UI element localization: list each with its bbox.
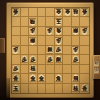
board-grid: 香金金桂香飛玉歩歩角銀歩銀歩歩銀歩歩歩歩歩銀歩歩桂香金金角飛玉桂香: [11, 7, 90, 94]
square-7f[interactable]: 歩: [29, 55, 38, 64]
square-7a[interactable]: [29, 8, 38, 17]
square-3d[interactable]: [63, 36, 72, 45]
square-7i[interactable]: [29, 84, 38, 93]
piece-sente-9g[interactable]: 歩: [12, 65, 19, 73]
square-3e[interactable]: [63, 46, 72, 55]
piece-gote-2c[interactable]: 銀: [72, 27, 79, 35]
square-5d[interactable]: [46, 36, 55, 45]
square-4d[interactable]: 歩: [55, 36, 64, 45]
piece-sente-9h[interactable]: 香: [12, 74, 19, 82]
piece-sente-5e[interactable]: 銀: [46, 46, 53, 54]
square-2d[interactable]: [72, 36, 81, 45]
piece-gote-4d[interactable]: 歩: [55, 37, 62, 45]
square-2e[interactable]: 歩: [72, 46, 81, 55]
square-2c[interactable]: 銀: [72, 27, 81, 36]
piece-gote-9a[interactable]: 香: [12, 8, 19, 16]
square-6c[interactable]: [38, 27, 47, 36]
square-1a[interactable]: 香: [80, 8, 89, 17]
square-1g[interactable]: [80, 65, 89, 74]
square-3i[interactable]: [63, 84, 72, 93]
square-2b[interactable]: [72, 17, 81, 26]
piece-sente-4h[interactable]: 角: [55, 74, 62, 82]
square-3h[interactable]: [63, 74, 72, 83]
shogi-board: 香金金桂香飛玉歩歩角銀歩銀歩歩銀歩歩歩歩歩銀歩歩桂香金金角飛玉桂香: [7, 3, 93, 97]
square-7h[interactable]: 金: [29, 74, 38, 83]
piece-gote-3a[interactable]: 金: [64, 8, 71, 16]
square-2g[interactable]: [72, 65, 81, 74]
piece-sente-9i[interactable]: 玉: [12, 84, 19, 92]
square-9e[interactable]: 歩: [12, 46, 21, 55]
square-4b[interactable]: 玉: [55, 17, 64, 26]
square-8i[interactable]: [21, 84, 30, 93]
hand-piece-1[interactable]: 歩: [94, 68, 99, 74]
piece-sente-2f[interactable]: 歩: [72, 55, 79, 63]
square-2h[interactable]: 飛: [72, 74, 81, 83]
square-1f[interactable]: [80, 55, 89, 64]
square-6g[interactable]: [38, 65, 47, 74]
square-7g[interactable]: 桂: [29, 65, 38, 74]
square-1e[interactable]: [80, 46, 89, 55]
square-4a[interactable]: 金: [55, 8, 64, 17]
piece-sente-4f[interactable]: 銀: [55, 55, 62, 63]
square-9i[interactable]: 玉: [12, 84, 21, 93]
piece-gote-5c[interactable]: 歩: [46, 27, 53, 35]
komadai-right: 桂歩: [93, 55, 100, 79]
piece-sente-7g[interactable]: 桂: [29, 65, 36, 73]
square-1b[interactable]: [80, 17, 89, 26]
square-4c[interactable]: 角: [55, 27, 64, 36]
square-8e[interactable]: [21, 46, 30, 55]
square-2i[interactable]: 桂: [72, 84, 81, 93]
square-8d[interactable]: [21, 36, 30, 45]
square-1i[interactable]: 香: [80, 84, 89, 93]
square-4h[interactable]: 角: [55, 74, 64, 83]
square-8g[interactable]: [21, 65, 30, 74]
piece-gote-4c[interactable]: 角: [55, 27, 62, 35]
hand-piece-0[interactable]: 桂: [94, 61, 99, 67]
square-8b[interactable]: [21, 17, 30, 26]
square-9g[interactable]: 歩: [12, 65, 21, 74]
square-9c[interactable]: [12, 27, 21, 36]
piece-sente-6h[interactable]: 金: [38, 74, 45, 82]
square-4f[interactable]: 銀: [55, 55, 64, 64]
piece-gote-4a[interactable]: 金: [55, 8, 62, 16]
piece-sente-7f[interactable]: 歩: [29, 55, 36, 63]
piece-gote-7c[interactable]: 歩: [29, 27, 36, 35]
square-5h[interactable]: [46, 74, 55, 83]
square-5f[interactable]: 歩: [46, 55, 55, 64]
square-9d[interactable]: [12, 36, 21, 45]
square-7c[interactable]: 歩: [29, 27, 38, 36]
piece-gote-2a[interactable]: 桂: [72, 8, 79, 16]
square-5i[interactable]: [46, 84, 55, 93]
piece-gote-2e[interactable]: 歩: [72, 46, 79, 54]
square-9a[interactable]: 香: [12, 8, 21, 17]
square-6b[interactable]: [38, 17, 47, 26]
square-7b[interactable]: 飛: [29, 17, 38, 26]
square-6d[interactable]: [38, 36, 47, 45]
square-9h[interactable]: 香: [12, 74, 21, 83]
square-5a[interactable]: [46, 8, 55, 17]
piece-sente-5f[interactable]: 歩: [46, 55, 53, 63]
square-6f[interactable]: [38, 55, 47, 64]
piece-sente-2h[interactable]: 飛: [72, 74, 79, 82]
square-5e[interactable]: 銀: [46, 46, 55, 55]
square-3b[interactable]: [63, 17, 72, 26]
piece-sente-4e[interactable]: 歩: [55, 46, 62, 54]
piece-sente-1i[interactable]: 香: [81, 84, 88, 92]
square-6a[interactable]: [38, 8, 47, 17]
square-9f[interactable]: [12, 55, 21, 64]
piece-sente-7h[interactable]: 金: [29, 74, 36, 82]
square-1d[interactable]: [80, 36, 89, 45]
piece-gote-7b[interactable]: 飛: [29, 18, 36, 26]
table-shadow: [0, 78, 10, 100]
piece-sente-8f[interactable]: 歩: [21, 55, 28, 63]
square-6e[interactable]: [38, 46, 47, 55]
square-6h[interactable]: 金: [38, 74, 47, 83]
square-7d[interactable]: 銀: [29, 36, 38, 45]
square-5g[interactable]: [46, 65, 55, 74]
square-5b[interactable]: [46, 17, 55, 26]
piece-gote-4b[interactable]: 玉: [55, 18, 62, 26]
square-8a[interactable]: [21, 8, 30, 17]
piece-gote-1a[interactable]: 香: [81, 8, 88, 16]
square-3c[interactable]: [63, 27, 72, 36]
piece-gote-7d[interactable]: 銀: [29, 37, 36, 45]
square-3a[interactable]: 金: [63, 8, 72, 17]
square-8c[interactable]: [21, 27, 30, 36]
square-2f[interactable]: 歩: [72, 55, 81, 64]
square-4e[interactable]: 歩: [55, 46, 64, 55]
square-4g[interactable]: [55, 65, 64, 74]
komadai-left: [0, 38, 5, 53]
square-1h[interactable]: [80, 74, 89, 83]
square-8f[interactable]: 歩: [21, 55, 30, 64]
square-3f[interactable]: [63, 55, 72, 64]
piece-gote-1c[interactable]: 歩: [81, 27, 88, 35]
piece-gote-9e[interactable]: 歩: [12, 46, 19, 54]
square-9b[interactable]: [12, 17, 21, 26]
square-7e[interactable]: [29, 46, 38, 55]
square-5c[interactable]: 歩: [46, 27, 55, 36]
square-1c[interactable]: 歩: [80, 27, 89, 36]
square-3g[interactable]: [63, 65, 72, 74]
square-8h[interactable]: [21, 74, 30, 83]
piece-sente-2i[interactable]: 桂: [72, 84, 79, 92]
square-6i[interactable]: [38, 84, 47, 93]
square-4i[interactable]: [55, 84, 64, 93]
square-2a[interactable]: 桂: [72, 8, 81, 17]
